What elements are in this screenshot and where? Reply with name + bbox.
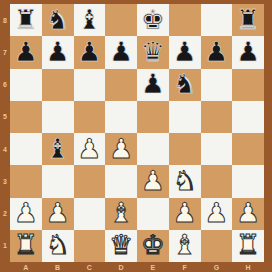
white-knight-piece[interactable]: ♞ (173, 167, 197, 194)
square-g2[interactable]: ♟ (201, 198, 233, 230)
white-bishop-piece[interactable]: ♝ (173, 231, 197, 258)
file-label-h: H (232, 262, 264, 272)
file-label-f: F (169, 262, 201, 272)
black-knight-piece[interactable]: ♞ (173, 70, 197, 97)
rank-label-5: 5 (0, 101, 10, 133)
square-f4[interactable] (169, 133, 201, 165)
file-label-g: G (201, 262, 233, 272)
square-g1[interactable] (201, 230, 233, 262)
square-b2[interactable]: ♟ (42, 198, 74, 230)
square-a6[interactable] (10, 69, 42, 101)
black-rook-piece[interactable]: ♜ (236, 6, 260, 33)
square-b4[interactable]: ♝ (42, 133, 74, 165)
square-f7[interactable]: ♟ (169, 36, 201, 68)
black-pawn-piece[interactable]: ♟ (236, 38, 260, 65)
square-g5[interactable] (201, 101, 233, 133)
file-label-e: E (137, 262, 169, 272)
black-bishop-piece[interactable]: ♝ (77, 6, 101, 33)
rank-labels: 87654321 (0, 4, 10, 262)
black-king-piece[interactable]: ♚ (141, 6, 165, 33)
square-h7[interactable]: ♟ (232, 36, 264, 68)
square-h3[interactable] (232, 165, 264, 197)
square-d3[interactable] (105, 165, 137, 197)
square-h2[interactable]: ♟ (232, 198, 264, 230)
chess-board: ♜♞♝♚♜♟♟♟♟♛♟♟♟♟♞♝♟♟♟♞♟♟♝♟♟♟♜♞♛♚♝♜ (10, 4, 264, 262)
rank-label-1: 1 (0, 230, 10, 262)
square-h5[interactable] (232, 101, 264, 133)
white-bishop-piece[interactable]: ♝ (109, 199, 133, 226)
square-d6[interactable] (105, 69, 137, 101)
square-b3[interactable] (42, 165, 74, 197)
square-a7[interactable]: ♟ (10, 36, 42, 68)
black-bishop-piece[interactable]: ♝ (46, 135, 70, 162)
black-pawn-piece[interactable]: ♟ (141, 70, 165, 97)
white-pawn-piece[interactable]: ♟ (236, 199, 260, 226)
square-g4[interactable] (201, 133, 233, 165)
square-a8[interactable]: ♜ (10, 4, 42, 36)
white-rook-piece[interactable]: ♜ (14, 231, 38, 258)
square-g7[interactable]: ♟ (201, 36, 233, 68)
rank-label-6: 6 (0, 69, 10, 101)
black-pawn-piece[interactable]: ♟ (173, 38, 197, 65)
square-e2[interactable] (137, 198, 169, 230)
file-labels: ABCDEFGH (10, 262, 264, 272)
square-c5[interactable] (74, 101, 106, 133)
white-pawn-piece[interactable]: ♟ (46, 199, 70, 226)
square-f2[interactable]: ♟ (169, 198, 201, 230)
square-h1[interactable]: ♜ (232, 230, 264, 262)
square-g8[interactable] (201, 4, 233, 36)
square-h8[interactable]: ♜ (232, 4, 264, 36)
square-f1[interactable]: ♝ (169, 230, 201, 262)
rank-label-4: 4 (0, 133, 10, 165)
chess-board-frame: 87654321 ABCDEFGH ♜♞♝♚♜♟♟♟♟♛♟♟♟♟♞♝♟♟♟♞♟♟… (0, 0, 272, 272)
white-queen-piece[interactable]: ♛ (109, 231, 133, 258)
white-pawn-piece[interactable]: ♟ (141, 167, 165, 194)
square-e7[interactable]: ♛ (137, 36, 169, 68)
square-e6[interactable]: ♟ (137, 69, 169, 101)
square-g6[interactable] (201, 69, 233, 101)
white-pawn-piece[interactable]: ♟ (109, 135, 133, 162)
square-f8[interactable] (169, 4, 201, 36)
square-d4[interactable]: ♟ (105, 133, 137, 165)
square-d8[interactable] (105, 4, 137, 36)
black-queen-piece[interactable]: ♛ (141, 38, 165, 65)
file-label-b: B (42, 262, 74, 272)
square-b1[interactable]: ♞ (42, 230, 74, 262)
rank-label-8: 8 (0, 4, 10, 36)
black-rook-piece[interactable]: ♜ (14, 6, 38, 33)
black-pawn-piece[interactable]: ♟ (77, 38, 101, 65)
rank-label-3: 3 (0, 165, 10, 197)
square-c7[interactable]: ♟ (74, 36, 106, 68)
black-pawn-piece[interactable]: ♟ (204, 38, 228, 65)
square-f6[interactable]: ♞ (169, 69, 201, 101)
square-c1[interactable] (74, 230, 106, 262)
square-c8[interactable]: ♝ (74, 4, 106, 36)
black-knight-piece[interactable]: ♞ (46, 6, 70, 33)
square-e5[interactable] (137, 101, 169, 133)
square-d5[interactable] (105, 101, 137, 133)
square-b7[interactable]: ♟ (42, 36, 74, 68)
square-a5[interactable] (10, 101, 42, 133)
square-d1[interactable]: ♛ (105, 230, 137, 262)
file-label-d: D (105, 262, 137, 272)
black-pawn-piece[interactable]: ♟ (109, 38, 133, 65)
square-f5[interactable] (169, 101, 201, 133)
square-f3[interactable]: ♞ (169, 165, 201, 197)
square-g3[interactable] (201, 165, 233, 197)
square-e1[interactable]: ♚ (137, 230, 169, 262)
white-pawn-piece[interactable]: ♟ (77, 135, 101, 162)
square-a4[interactable] (10, 133, 42, 165)
square-b6[interactable] (42, 69, 74, 101)
white-knight-piece[interactable]: ♞ (46, 231, 70, 258)
file-label-c: C (74, 262, 106, 272)
square-c4[interactable]: ♟ (74, 133, 106, 165)
black-pawn-piece[interactable]: ♟ (14, 38, 38, 65)
square-b8[interactable]: ♞ (42, 4, 74, 36)
rank-label-7: 7 (0, 36, 10, 68)
square-d2[interactable]: ♝ (105, 198, 137, 230)
square-a1[interactable]: ♜ (10, 230, 42, 262)
square-c2[interactable] (74, 198, 106, 230)
white-rook-piece[interactable]: ♜ (236, 231, 260, 258)
square-c6[interactable] (74, 69, 106, 101)
square-e4[interactable] (137, 133, 169, 165)
square-h6[interactable] (232, 69, 264, 101)
square-a2[interactable]: ♟ (10, 198, 42, 230)
square-c3[interactable] (74, 165, 106, 197)
white-pawn-piece[interactable]: ♟ (14, 199, 38, 226)
black-pawn-piece[interactable]: ♟ (46, 38, 70, 65)
square-b5[interactable] (42, 101, 74, 133)
file-label-a: A (10, 262, 42, 272)
white-pawn-piece[interactable]: ♟ (204, 199, 228, 226)
white-pawn-piece[interactable]: ♟ (173, 199, 197, 226)
square-d7[interactable]: ♟ (105, 36, 137, 68)
square-h4[interactable] (232, 133, 264, 165)
square-e3[interactable]: ♟ (137, 165, 169, 197)
square-e8[interactable]: ♚ (137, 4, 169, 36)
white-king-piece[interactable]: ♚ (141, 231, 165, 258)
rank-label-2: 2 (0, 198, 10, 230)
square-a3[interactable] (10, 165, 42, 197)
